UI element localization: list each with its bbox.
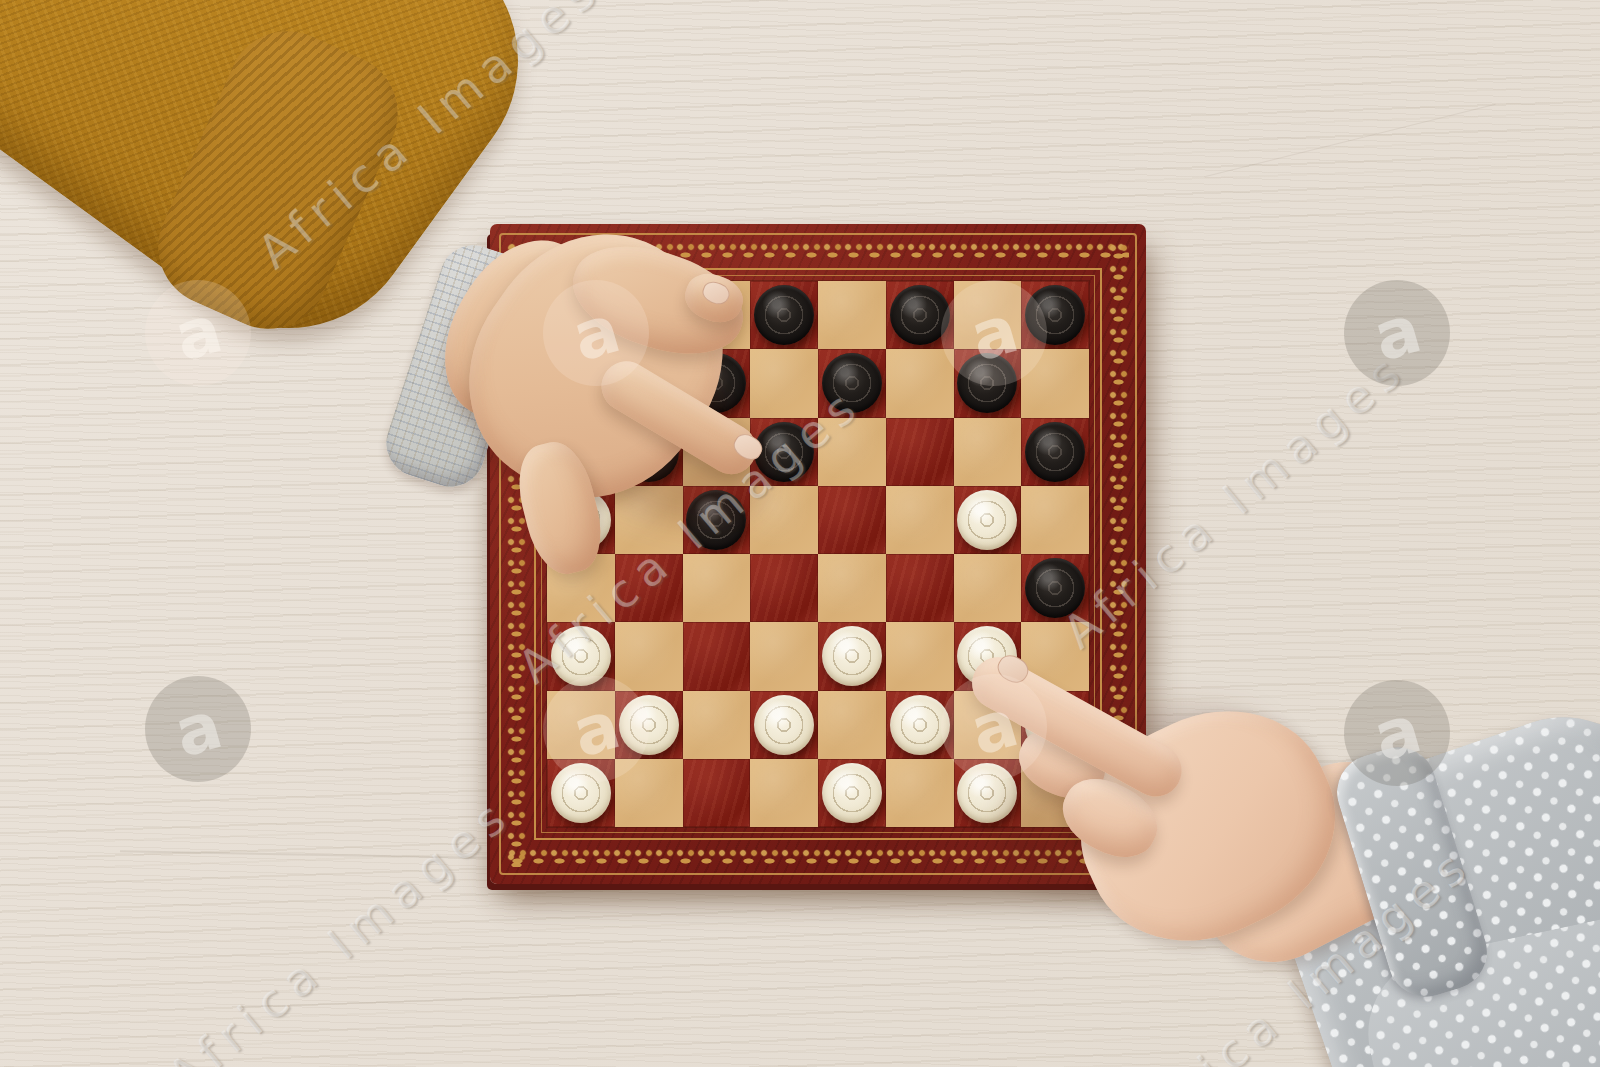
black-man-sq9[interactable] (619, 422, 679, 482)
square-g1[interactable] (954, 759, 1022, 827)
square-c2[interactable] (683, 691, 751, 759)
square-f5[interactable] (886, 486, 954, 554)
younger-player-polka-dot-sleeve (1247, 690, 1600, 1067)
square-a4[interactable] (547, 554, 615, 622)
square-h8[interactable] (1021, 281, 1089, 349)
watermark-logo-icon: a (1344, 680, 1450, 786)
square-g8[interactable] (954, 281, 1022, 349)
square-h7[interactable] (1021, 349, 1089, 417)
square-d3[interactable] (750, 622, 818, 690)
square-d8[interactable] (750, 281, 818, 349)
watermark-brand-text: Africa Images (1118, 836, 1483, 1067)
square-h2[interactable] (1021, 691, 1089, 759)
white-man-sq21[interactable] (551, 626, 611, 686)
square-h4[interactable] (1021, 554, 1089, 622)
white-man-sq23[interactable] (822, 626, 882, 686)
square-e1[interactable] (818, 759, 886, 827)
square-f2[interactable] (886, 691, 954, 759)
white-man-sq27[interactable] (890, 695, 950, 755)
older-player-sweater-sleeve (0, 0, 570, 380)
square-b3[interactable] (615, 622, 683, 690)
square-d4[interactable] (750, 554, 818, 622)
square-g2[interactable] (954, 691, 1022, 759)
black-man-sq20[interactable] (1025, 558, 1085, 618)
square-h3[interactable] (1021, 622, 1089, 690)
younger-player-polka-dot-sleeve-corner (1353, 885, 1600, 1067)
watermark-logo-letter: a (1365, 690, 1429, 776)
square-b2[interactable] (615, 691, 683, 759)
younger-player-wrist (1167, 736, 1453, 988)
white-man-sq29[interactable] (551, 763, 611, 823)
black-man-sq7[interactable] (822, 353, 882, 413)
watermark-logo-letter: a (166, 686, 230, 772)
board-filigree-border-top (507, 240, 1129, 262)
square-e8[interactable] (818, 281, 886, 349)
square-d6[interactable] (750, 418, 818, 486)
square-b7[interactable] (615, 349, 683, 417)
board-filigree-border-right (1108, 241, 1130, 867)
square-g7[interactable] (954, 349, 1022, 417)
square-f6[interactable] (886, 418, 954, 486)
black-man-sq3[interactable] (890, 285, 950, 345)
black-man-sq2[interactable] (754, 285, 814, 345)
square-g4[interactable] (954, 554, 1022, 622)
square-f3[interactable] (886, 622, 954, 690)
square-b6[interactable] (615, 418, 683, 486)
younger-player-sleeve-cuff-fold (1328, 738, 1497, 1006)
black-man-sq10[interactable] (754, 422, 814, 482)
square-f4[interactable] (886, 554, 954, 622)
square-b8[interactable] (615, 281, 683, 349)
wood-grain-line (1204, 104, 1495, 178)
square-b1[interactable] (615, 759, 683, 827)
board-filigree-border-left (506, 241, 528, 867)
square-d7[interactable] (750, 349, 818, 417)
white-man-sq26[interactable] (754, 695, 814, 755)
white-man-sq25[interactable] (619, 695, 679, 755)
square-a3[interactable] (547, 622, 615, 690)
white-man-sq28[interactable] (1025, 695, 1085, 755)
square-e3[interactable] (818, 622, 886, 690)
black-man-sq4[interactable] (1025, 285, 1085, 345)
white-man-sq31[interactable] (822, 763, 882, 823)
square-e4[interactable] (818, 554, 886, 622)
square-f1[interactable] (886, 759, 954, 827)
square-b4[interactable] (615, 554, 683, 622)
square-a6[interactable] (547, 418, 615, 486)
square-c1[interactable] (683, 759, 751, 827)
watermark-logo-icon: a (145, 280, 251, 386)
checkers-board (490, 224, 1146, 884)
black-man-sq6[interactable] (686, 353, 746, 413)
watermark-logo-icon: a (1344, 280, 1450, 386)
older-player-sweater-rib-cuff (139, 12, 417, 348)
black-man-sq8[interactable] (957, 353, 1017, 413)
square-f8[interactable] (886, 281, 954, 349)
square-c7[interactable] (683, 349, 751, 417)
square-d2[interactable] (750, 691, 818, 759)
white-man-sq32[interactable] (957, 763, 1017, 823)
square-b5[interactable] (615, 486, 683, 554)
watermark-logo-letter: a (166, 290, 230, 376)
square-e7[interactable] (818, 349, 886, 417)
white-man-sq13[interactable] (551, 490, 611, 550)
watermark-brand-text: Africa Images (158, 786, 523, 1067)
square-e6[interactable] (818, 418, 886, 486)
white-man-sq16[interactable] (957, 490, 1017, 550)
square-g5[interactable] (954, 486, 1022, 554)
square-a1[interactable] (547, 759, 615, 827)
square-h6[interactable] (1021, 418, 1089, 486)
square-g6[interactable] (954, 418, 1022, 486)
square-e5[interactable] (818, 486, 886, 554)
black-man-sq12[interactable] (1025, 422, 1085, 482)
watermark-logo-letter: a (1365, 290, 1429, 376)
photo-scene: Africa ImagesAfrica ImagesAfrica ImagesA… (0, 0, 1600, 1067)
square-f7[interactable] (886, 349, 954, 417)
board-filigree-border-bottom (507, 846, 1129, 868)
square-a7[interactable] (547, 349, 615, 417)
square-c3[interactable] (683, 622, 751, 690)
square-d1[interactable] (750, 759, 818, 827)
square-c6[interactable] (683, 418, 751, 486)
square-c5[interactable] (683, 486, 751, 554)
square-c8[interactable] (683, 281, 751, 349)
wood-grain-line (120, 850, 540, 859)
black-man-sq14[interactable] (686, 490, 746, 550)
square-c4[interactable] (683, 554, 751, 622)
square-a5[interactable] (547, 486, 615, 554)
square-g3[interactable] (954, 622, 1022, 690)
board-playing-area (547, 281, 1089, 827)
square-h5[interactable] (1021, 486, 1089, 554)
square-a2[interactable] (547, 691, 615, 759)
wood-grain-line (240, 993, 620, 1007)
watermark-logo-icon: a (145, 676, 251, 782)
square-a8[interactable] (547, 281, 615, 349)
square-d5[interactable] (750, 486, 818, 554)
white-man-sq24[interactable] (957, 626, 1017, 686)
square-h1[interactable] (1021, 759, 1089, 827)
square-e2[interactable] (818, 691, 886, 759)
